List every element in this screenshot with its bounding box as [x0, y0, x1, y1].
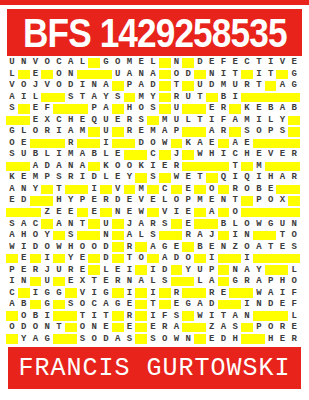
blocked-cell [194, 218, 206, 230]
letter-cell: V [265, 149, 277, 161]
letter-cell: Y [124, 172, 136, 184]
blocked-cell [206, 161, 218, 173]
letter-cell: A [253, 241, 265, 253]
letter-cell: E [206, 195, 218, 207]
letter-cell: U [100, 218, 112, 230]
letter-cell: U [276, 218, 288, 230]
letter-cell: L [18, 126, 30, 138]
letter-cell: G [41, 287, 53, 299]
letter-cell: V [41, 80, 53, 92]
letter-cell: A [6, 299, 18, 311]
letter-cell: I [218, 149, 230, 161]
blocked-cell [88, 230, 100, 242]
letter-cell: N [65, 218, 77, 230]
letter-cell: D [265, 299, 277, 311]
blocked-cell [41, 69, 53, 81]
letter-cell: N [218, 241, 230, 253]
blocked-cell [112, 230, 124, 242]
letter-cell: E [159, 161, 171, 173]
blocked-cell [182, 310, 194, 322]
letter-cell: E [288, 57, 300, 69]
blocked-cell [265, 207, 277, 219]
letter-cell: I [147, 310, 159, 322]
letter-cell: I [206, 253, 218, 265]
blocked-cell [135, 264, 147, 276]
letter-cell: I [53, 126, 65, 138]
blocked-cell [53, 310, 65, 322]
letter-cell: A [206, 207, 218, 219]
letter-cell: S [65, 230, 77, 242]
letter-cell: N [206, 69, 218, 81]
letter-cell: O [18, 80, 30, 92]
blocked-cell [218, 299, 230, 311]
letter-cell: D [194, 57, 206, 69]
letter-cell: W [171, 172, 183, 184]
letter-cell: S [6, 218, 18, 230]
blocked-cell [288, 115, 300, 127]
blocked-cell [41, 184, 53, 196]
letter-cell: I [206, 115, 218, 127]
letter-cell: S [159, 218, 171, 230]
blocked-cell [288, 138, 300, 150]
blocked-cell [159, 92, 171, 104]
blocked-cell [88, 253, 100, 265]
letter-cell: R [182, 230, 194, 242]
blocked-cell [194, 207, 206, 219]
letter-cell: L [30, 92, 42, 104]
letter-cell: I [88, 287, 100, 299]
letter-cell: L [41, 149, 53, 161]
blocked-cell [194, 161, 206, 173]
letter-cell: K [100, 161, 112, 173]
letter-cell: U [100, 126, 112, 138]
blocked-cell [241, 195, 253, 207]
letter-cell: E [182, 218, 194, 230]
letter-cell: C [229, 149, 241, 161]
letter-cell: O [30, 230, 42, 242]
letter-cell: U [194, 80, 206, 92]
blocked-cell [229, 287, 241, 299]
letter-cell: W [6, 241, 18, 253]
blocked-cell [88, 126, 100, 138]
cover-top-border [0, 0, 309, 5]
blocked-cell [65, 287, 77, 299]
blocked-cell [288, 195, 300, 207]
letter-cell: M [135, 92, 147, 104]
letter-cell: I [77, 80, 89, 92]
letter-cell: G [182, 299, 194, 311]
blocked-cell [288, 184, 300, 196]
letter-cell: L [6, 69, 18, 81]
letter-cell: O [88, 241, 100, 253]
blocked-cell [112, 103, 124, 115]
letter-cell: D [135, 138, 147, 150]
letter-cell: L [147, 57, 159, 69]
letter-cell: S [65, 92, 77, 104]
letter-cell: I [253, 115, 265, 127]
letter-cell: G [100, 57, 112, 69]
letter-cell: S [241, 126, 253, 138]
letter-cell: R [65, 172, 77, 184]
blocked-cell [112, 80, 124, 92]
blocked-cell [218, 264, 230, 276]
letter-cell: B [88, 149, 100, 161]
letter-cell: L [100, 172, 112, 184]
blocked-cell [147, 184, 159, 196]
blocked-cell [159, 172, 171, 184]
letter-cell: E [171, 241, 183, 253]
letter-cell: O [265, 195, 277, 207]
letter-cell: A [206, 126, 218, 138]
blocked-cell [135, 322, 147, 334]
letter-cell: I [241, 253, 253, 265]
blocked-cell [30, 276, 42, 288]
blocked-cell [159, 69, 171, 81]
blocked-cell [182, 80, 194, 92]
blocked-cell [159, 80, 171, 92]
blocked-cell [218, 161, 230, 173]
blocked-cell [77, 103, 89, 115]
letter-cell: G [112, 299, 124, 311]
letter-cell: I [147, 161, 159, 173]
letter-cell: A [6, 184, 18, 196]
blocked-cell [253, 333, 265, 345]
letter-cell: W [194, 149, 206, 161]
letter-cell: D [159, 264, 171, 276]
letter-cell: B [265, 103, 277, 115]
letter-cell: A [77, 161, 89, 173]
blocked-cell [159, 230, 171, 242]
blocked-cell [194, 126, 206, 138]
letter-cell: M [159, 115, 171, 127]
letter-cell: R [171, 92, 183, 104]
letter-cell: D [218, 333, 230, 345]
letter-cell: S [77, 333, 89, 345]
letter-cell: R [229, 184, 241, 196]
letter-cell: O [135, 253, 147, 265]
letter-cell: O [88, 333, 100, 345]
letter-cell: E [65, 207, 77, 219]
blocked-cell [77, 230, 89, 242]
letter-cell: S [65, 299, 77, 311]
letter-cell: R [241, 80, 253, 92]
letter-cell: V [276, 57, 288, 69]
letter-cell: A [276, 103, 288, 115]
letter-cell: C [6, 287, 18, 299]
blocked-cell [53, 103, 65, 115]
letter-cell: A [159, 126, 171, 138]
blocked-cell [88, 69, 100, 81]
letter-cell: G [288, 80, 300, 92]
blocked-cell [241, 333, 253, 345]
blocked-cell [135, 241, 147, 253]
letter-cell: E [276, 333, 288, 345]
blocked-cell [77, 69, 89, 81]
letter-cell: O [77, 322, 89, 334]
letter-cell: D [147, 80, 159, 92]
letter-cell: R [100, 195, 112, 207]
letter-cell: T [53, 184, 65, 196]
letter-cell: B [30, 149, 42, 161]
letter-cell: N [65, 161, 77, 173]
blocked-cell [288, 92, 300, 104]
letter-cell: G [265, 218, 277, 230]
blocked-cell [276, 138, 288, 150]
letter-cell: W [171, 333, 183, 345]
letter-cell: R [112, 276, 124, 288]
letter-cell: U [182, 92, 194, 104]
letter-cell: J [41, 264, 53, 276]
letter-cell: M [30, 172, 42, 184]
blocked-cell [194, 184, 206, 196]
letter-cell: O [6, 138, 18, 150]
letter-cell: V [135, 195, 147, 207]
letter-cell: R [124, 241, 136, 253]
letter-cell: D [100, 241, 112, 253]
letter-cell: E [112, 115, 124, 127]
letter-cell: R [276, 322, 288, 334]
letter-cell: Q [241, 172, 253, 184]
letter-cell: N [100, 230, 112, 242]
letter-cell: T [77, 218, 89, 230]
blocked-cell [241, 161, 253, 173]
letter-cell: T [265, 69, 277, 81]
letter-cell: I [276, 287, 288, 299]
letter-cell: O [18, 310, 30, 322]
letter-cell: O [288, 276, 300, 288]
letter-cell: J [206, 230, 218, 242]
blocked-cell [112, 218, 124, 230]
letter-cell: E [6, 195, 18, 207]
letter-cell: I [241, 299, 253, 311]
letter-cell: V [159, 207, 171, 219]
letter-cell: N [112, 207, 124, 219]
blocked-cell [30, 299, 42, 311]
letter-cell: D [41, 161, 53, 173]
letter-cell: N [135, 69, 147, 81]
letter-cell: N [41, 322, 53, 334]
blocked-cell [30, 138, 42, 150]
letter-cell: B [194, 241, 206, 253]
letter-cell: C [159, 184, 171, 196]
letter-cell: E [182, 172, 194, 184]
letter-cell: I [53, 149, 65, 161]
letter-cell: G [41, 299, 53, 311]
blocked-cell [53, 230, 65, 242]
letter-cell: A [194, 299, 206, 311]
letter-cell: Y [65, 253, 77, 265]
letter-cell: I [41, 253, 53, 265]
blocked-cell [265, 92, 277, 104]
letter-cell: E [206, 103, 218, 115]
blocked-cell [182, 287, 194, 299]
blocked-cell [112, 310, 124, 322]
letter-cell: L [100, 264, 112, 276]
letter-cell: U [6, 57, 18, 69]
letter-cell: T [253, 80, 265, 92]
letter-cell: F [288, 299, 300, 311]
letter-cell: O [77, 299, 89, 311]
letter-cell: L [194, 276, 206, 288]
letter-cell: N [88, 322, 100, 334]
letter-cell: X [276, 195, 288, 207]
blocked-cell [41, 195, 53, 207]
letter-cell: A [229, 310, 241, 322]
letter-cell: Y [41, 230, 53, 242]
letter-cell: W [53, 241, 65, 253]
letter-cell: O [288, 230, 300, 242]
letter-cell: E [77, 253, 89, 265]
blocked-cell [135, 172, 147, 184]
letter-cell: B [30, 310, 42, 322]
blocked-cell [276, 253, 288, 265]
letter-cell: W [159, 138, 171, 150]
letter-cell: I [206, 310, 218, 322]
letter-cell: E [18, 138, 30, 150]
letter-cell: I [6, 276, 18, 288]
blocked-cell [100, 184, 112, 196]
blocked-cell [171, 184, 183, 196]
letter-cell: T [77, 92, 89, 104]
letter-cell: A [159, 253, 171, 265]
letter-cell: T [265, 241, 277, 253]
letter-cell: E [276, 149, 288, 161]
letter-cell: E [182, 207, 194, 219]
letter-cell: L [265, 115, 277, 127]
letter-cell: A [53, 218, 65, 230]
blocked-cell [288, 161, 300, 173]
blocked-cell [30, 195, 42, 207]
letter-cell: O [41, 57, 53, 69]
letter-cell: A [88, 92, 100, 104]
letter-cell: A [65, 126, 77, 138]
blocked-cell [88, 161, 100, 173]
letter-cell: D [65, 80, 77, 92]
letter-cell: A [124, 230, 136, 242]
letter-cell: O [171, 195, 183, 207]
letter-cell: R [288, 333, 300, 345]
letter-cell: N [18, 184, 30, 196]
letter-cell: V [6, 80, 18, 92]
blocked-cell [265, 138, 277, 150]
letter-cell: A [112, 333, 124, 345]
author-band: FRANCIS GURTOWSKI [8, 347, 301, 389]
blocked-cell [218, 138, 230, 150]
letter-cell: F [218, 115, 230, 127]
blocked-cell [88, 138, 100, 150]
letter-cell: W [135, 207, 147, 219]
letter-cell: G [53, 287, 65, 299]
letter-cell: T [124, 253, 136, 265]
letter-cell: X [77, 276, 89, 288]
blocked-cell [182, 126, 194, 138]
letter-cell: F [288, 287, 300, 299]
letter-cell: S [147, 230, 159, 242]
blocked-cell [159, 299, 171, 311]
letter-cell: B [218, 92, 230, 104]
blocked-cell [288, 126, 300, 138]
blocked-cell [276, 207, 288, 219]
blocked-cell [41, 138, 53, 150]
letter-cell: H [65, 241, 77, 253]
letter-cell: M [135, 184, 147, 196]
blocked-cell [218, 184, 230, 196]
letter-cell: E [229, 57, 241, 69]
blocked-cell [6, 333, 18, 345]
letter-cell: A [30, 333, 42, 345]
letter-cell: L [229, 218, 241, 230]
letter-cell: I [124, 264, 136, 276]
blocked-cell [18, 207, 30, 219]
letter-cell: E [124, 322, 136, 334]
letter-cell: O [6, 322, 18, 334]
blocked-cell [241, 69, 253, 81]
blocked-cell [112, 322, 124, 334]
blocked-cell [53, 138, 65, 150]
letter-cell: G [288, 69, 300, 81]
letter-cell: S [112, 92, 124, 104]
letter-cell: A [253, 276, 265, 288]
blocked-cell [30, 253, 42, 265]
letter-cell: H [124, 103, 136, 115]
letter-cell: E [124, 299, 136, 311]
letter-cell: A [65, 57, 77, 69]
blocked-cell [171, 264, 183, 276]
blocked-cell [65, 103, 77, 115]
letter-cell: L [135, 230, 147, 242]
letter-cell: P [6, 264, 18, 276]
letter-cell: R [288, 172, 300, 184]
letter-cell: L [77, 57, 89, 69]
letter-cell: E [182, 184, 194, 196]
blocked-cell [159, 287, 171, 299]
letter-cell: O [147, 138, 159, 150]
letter-cell: D [112, 195, 124, 207]
letter-cell: O [265, 322, 277, 334]
letter-cell: S [147, 172, 159, 184]
letter-cell: K [182, 138, 194, 150]
blocked-cell [218, 207, 230, 219]
letter-cell: N [18, 57, 30, 69]
letter-cell: E [253, 149, 265, 161]
letter-cell: R [124, 310, 136, 322]
letter-cell: T [229, 161, 241, 173]
blocked-cell [265, 80, 277, 92]
letter-cell: R [171, 287, 183, 299]
letter-cell: Z [41, 207, 53, 219]
letter-cell: S [135, 115, 147, 127]
blocked-cell [112, 241, 124, 253]
letter-cell: R [41, 126, 53, 138]
letter-cell: I [218, 69, 230, 81]
letter-cell: O [30, 322, 42, 334]
letter-cell: A [6, 230, 18, 242]
letter-cell: T [194, 92, 206, 104]
letter-cell: U [194, 264, 206, 276]
blocked-cell [171, 218, 183, 230]
letter-cell: C [53, 57, 65, 69]
blocked-cell [41, 218, 53, 230]
letter-cell: E [18, 253, 30, 265]
blocked-cell [65, 310, 77, 322]
letter-cell: O [241, 241, 253, 253]
letter-cell: E [135, 57, 147, 69]
letter-cell: I [41, 310, 53, 322]
letter-cell: O [253, 126, 265, 138]
letter-cell: C [147, 149, 159, 161]
letter-cell: T [100, 310, 112, 322]
letter-cell: M [124, 57, 136, 69]
